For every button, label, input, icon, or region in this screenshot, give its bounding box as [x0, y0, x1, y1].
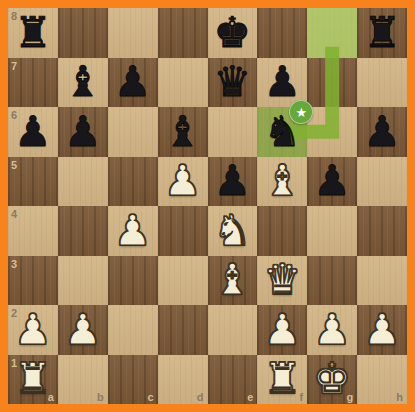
square-a3[interactable]: 3 [8, 256, 58, 306]
square-e1[interactable]: e [208, 355, 258, 405]
square-a7[interactable]: 7 [8, 58, 58, 108]
square-c1[interactable]: c [108, 355, 158, 405]
square-e3[interactable]: ♝ [208, 256, 258, 306]
piece-white-bishop-f5[interactable]: ♝ [263, 160, 301, 202]
square-c3[interactable] [108, 256, 158, 306]
file-label-b: b [97, 391, 104, 403]
square-f4[interactable] [257, 206, 307, 256]
square-g5[interactable]: ♟ [307, 157, 357, 207]
square-c5[interactable] [108, 157, 158, 207]
square-g2[interactable]: ♟ [307, 305, 357, 355]
square-h5[interactable] [357, 157, 407, 207]
square-e7[interactable]: ♛ [208, 58, 258, 108]
piece-black-pawn-f7[interactable]: ♟ [263, 61, 301, 103]
square-b1[interactable]: b [58, 355, 108, 405]
square-a1[interactable]: 1a♜ [8, 355, 58, 405]
piece-black-pawn-h6[interactable]: ♟ [363, 111, 401, 153]
square-e5[interactable]: ♟ [208, 157, 258, 207]
square-c7[interactable]: ♟ [108, 58, 158, 108]
rank-label-3: 3 [11, 258, 17, 270]
square-h7[interactable] [357, 58, 407, 108]
piece-white-knight-e4[interactable]: ♞ [214, 210, 252, 252]
square-g3[interactable] [307, 256, 357, 306]
square-e4[interactable]: ♞ [208, 206, 258, 256]
square-g4[interactable] [307, 206, 357, 256]
piece-white-queen-f3[interactable]: ♛ [263, 259, 301, 301]
square-g7[interactable] [307, 58, 357, 108]
piece-black-pawn-e5[interactable]: ♟ [214, 160, 252, 202]
square-d3[interactable] [158, 256, 208, 306]
piece-black-bishop-d6[interactable]: ♝ [164, 111, 202, 153]
piece-white-pawn-h2[interactable]: ♟ [363, 309, 401, 351]
square-b5[interactable] [58, 157, 108, 207]
square-f2[interactable]: ♟ [257, 305, 307, 355]
square-a2[interactable]: 2♟ [8, 305, 58, 355]
rank-label-4: 4 [11, 208, 17, 220]
square-e8[interactable]: ♚ [208, 8, 258, 58]
square-d8[interactable] [158, 8, 208, 58]
square-b6[interactable]: ♟ [58, 107, 108, 157]
piece-black-queen-e7[interactable]: ♛ [214, 61, 252, 103]
square-b8[interactable] [58, 8, 108, 58]
square-h1[interactable]: h [357, 355, 407, 405]
square-e6[interactable] [208, 107, 258, 157]
square-h2[interactable]: ♟ [357, 305, 407, 355]
square-h6[interactable]: ♟ [357, 107, 407, 157]
piece-white-pawn-f2[interactable]: ♟ [263, 309, 301, 351]
square-a6[interactable]: 6♟ [8, 107, 58, 157]
square-c8[interactable] [108, 8, 158, 58]
square-c2[interactable] [108, 305, 158, 355]
piece-white-pawn-a2[interactable]: ♟ [14, 309, 52, 351]
square-f3[interactable]: ♛ [257, 256, 307, 306]
square-d7[interactable] [158, 58, 208, 108]
square-b4[interactable] [58, 206, 108, 256]
piece-white-bishop-e3[interactable]: ♝ [214, 259, 252, 301]
square-d4[interactable] [158, 206, 208, 256]
square-a5[interactable]: 5 [8, 157, 58, 207]
square-h4[interactable] [357, 206, 407, 256]
square-f8[interactable] [257, 8, 307, 58]
square-h8[interactable]: ♜ [357, 8, 407, 58]
square-c6[interactable] [108, 107, 158, 157]
file-label-c: c [148, 391, 154, 403]
square-b3[interactable] [58, 256, 108, 306]
piece-white-rook-a1[interactable]: ♜ [14, 358, 52, 400]
square-b7[interactable]: ♝ [58, 58, 108, 108]
piece-black-bishop-b7[interactable]: ♝ [64, 61, 102, 103]
square-c4[interactable]: ♟ [108, 206, 158, 256]
piece-black-rook-h8[interactable]: ♜ [363, 12, 401, 54]
board-frame: ★ 8♜♚♜7♝♟♛♟6♟♟♝♞♟5♟♟♝♟4♟♞3♝♛2♟♟♟♟♟1a♜bcd… [0, 0, 415, 412]
piece-white-pawn-g2[interactable]: ♟ [313, 309, 351, 351]
square-g8[interactable] [307, 8, 357, 58]
piece-white-pawn-b2[interactable]: ♟ [64, 309, 102, 351]
square-g1[interactable]: g♚ [307, 355, 357, 405]
square-h3[interactable] [357, 256, 407, 306]
rank-label-7: 7 [11, 60, 17, 72]
square-d5[interactable]: ♟ [158, 157, 208, 207]
square-f1[interactable]: f♜ [257, 355, 307, 405]
square-a8[interactable]: 8♜ [8, 8, 58, 58]
square-e2[interactable] [208, 305, 258, 355]
square-d6[interactable]: ♝ [158, 107, 208, 157]
square-d1[interactable]: d [158, 355, 208, 405]
piece-white-king-g1[interactable]: ♚ [313, 358, 351, 400]
piece-black-rook-a8[interactable]: ♜ [14, 12, 52, 54]
square-a4[interactable]: 4 [8, 206, 58, 256]
square-b2[interactable]: ♟ [58, 305, 108, 355]
file-label-d: d [197, 391, 204, 403]
piece-black-king-e8[interactable]: ♚ [214, 12, 252, 54]
piece-black-pawn-g5[interactable]: ♟ [313, 160, 351, 202]
piece-white-pawn-c4[interactable]: ♟ [114, 210, 152, 252]
piece-black-pawn-a6[interactable]: ♟ [14, 111, 52, 153]
square-d2[interactable] [158, 305, 208, 355]
piece-white-pawn-d5[interactable]: ♟ [164, 160, 202, 202]
square-f5[interactable]: ♝ [257, 157, 307, 207]
piece-black-pawn-c7[interactable]: ♟ [114, 61, 152, 103]
file-label-h: h [396, 391, 403, 403]
square-g6[interactable] [307, 107, 357, 157]
chess-board: ★ 8♜♚♜7♝♟♛♟6♟♟♝♞♟5♟♟♝♟4♟♞3♝♛2♟♟♟♟♟1a♜bcd… [8, 8, 407, 404]
piece-white-rook-f1[interactable]: ♜ [263, 358, 301, 400]
piece-black-pawn-b6[interactable]: ♟ [64, 111, 102, 153]
file-label-e: e [247, 391, 253, 403]
rank-label-5: 5 [11, 159, 17, 171]
